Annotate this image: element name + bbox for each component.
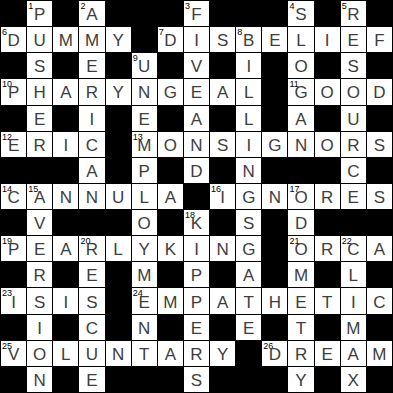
cell-r15c6 [132, 367, 157, 392]
cell-r13c3 [53, 315, 78, 340]
cell-r10c2[interactable]: E [27, 236, 52, 261]
cell-letter: A [288, 106, 313, 131]
cell-r8c15[interactable]: S [367, 184, 392, 209]
cell-r2c5[interactable]: Y [106, 27, 131, 52]
cell-r9c13 [315, 210, 340, 235]
cell-letter: T [236, 288, 261, 313]
cell-r3c6[interactable]: 9U [132, 53, 157, 78]
cell-r1c5 [106, 1, 131, 26]
cell-r13c13 [315, 315, 340, 340]
cell-letter: N [210, 236, 235, 261]
cell-r4c7[interactable]: G [158, 79, 183, 104]
cell-r12c7[interactable]: M [158, 288, 183, 313]
cell-r15c14[interactable]: X [341, 367, 366, 392]
cell-r12c8[interactable]: P [184, 288, 209, 313]
cell-r11c7 [158, 262, 183, 287]
cell-r7c6[interactable]: P [132, 158, 157, 183]
cell-r15c9 [210, 367, 235, 392]
cell-r4c3[interactable]: A [53, 79, 78, 104]
cell-letter: M [53, 27, 78, 52]
cell-r10c10[interactable]: G [236, 236, 261, 261]
cell-r9c1 [1, 210, 26, 235]
cell-letter: B [236, 27, 261, 52]
cell-letter: G [236, 184, 261, 209]
cell-r4c9[interactable]: A [210, 79, 235, 104]
cell-r12c2[interactable]: S [27, 288, 52, 313]
cell-r8c9[interactable]: 16I [210, 184, 235, 209]
cell-r3c9 [210, 53, 235, 78]
cell-letter: F [367, 27, 392, 52]
cell-letter: A [79, 1, 104, 26]
cell-r14c14[interactable]: A [341, 341, 366, 366]
cell-letter: I [341, 288, 366, 313]
cell-letter: E [184, 315, 209, 340]
cell-letter: U [79, 341, 104, 366]
cell-letter: E [27, 106, 52, 131]
cell-letter: O [158, 132, 183, 157]
cell-r7c14[interactable]: C [341, 158, 366, 183]
cell-letter: E [341, 184, 366, 209]
cell-letter: E [79, 53, 104, 78]
cell-r9c7 [158, 210, 183, 235]
cell-letter: I [184, 236, 209, 261]
cell-letter: K [184, 210, 209, 235]
cell-r2c8[interactable]: I [184, 27, 209, 52]
cell-letter: E [288, 288, 313, 313]
cell-r6c2[interactable]: R [27, 132, 52, 157]
cell-letter: U [27, 27, 52, 52]
cell-r8c14[interactable]: E [341, 184, 366, 209]
cell-letter: I [79, 106, 104, 131]
cell-r10c12[interactable]: 21O [288, 236, 313, 261]
cell-r14c2[interactable]: O [27, 341, 52, 366]
cell-letter: Y [106, 79, 131, 104]
cell-r8c6[interactable]: L [132, 184, 157, 209]
cell-r4c5[interactable]: Y [106, 79, 131, 104]
cell-letter: R [27, 132, 52, 157]
cell-r1c14[interactable]: 5R [341, 1, 366, 26]
cell-r8c2[interactable]: 15A [27, 184, 52, 209]
cell-letter: E [184, 79, 209, 104]
cell-r12c13[interactable]: T [315, 288, 340, 313]
cell-r15c10 [236, 367, 261, 392]
cell-letter: E [132, 106, 157, 131]
cell-r10c4[interactable]: 20R [79, 236, 104, 261]
cell-letter: Y [288, 367, 313, 392]
cell-r13c4[interactable]: C [79, 315, 104, 340]
cell-r7c10[interactable]: N [236, 158, 261, 183]
cell-letter: N [53, 184, 78, 209]
cell-r5c1 [1, 106, 26, 131]
crossword-board: 1P2A3F4S5R6DUMMY7DIS8BELIEFSE9UVIOS10PHA… [0, 0, 393, 393]
cell-r10c8[interactable]: I [184, 236, 209, 261]
cell-r12c3[interactable]: I [53, 288, 78, 313]
cell-letter: R [341, 1, 366, 26]
cell-r11c2[interactable]: R [27, 262, 52, 287]
cell-r1c2[interactable]: 1P [27, 1, 52, 26]
cell-r3c13 [315, 53, 340, 78]
cell-r1c13 [315, 1, 340, 26]
cell-r14c1[interactable]: 25V [1, 341, 26, 366]
cell-r10c5[interactable]: L [106, 236, 131, 261]
cell-r8c4[interactable]: N [79, 184, 104, 209]
cell-r13c10[interactable]: E [236, 315, 261, 340]
cell-r11c14[interactable]: L [341, 262, 366, 287]
cell-r6c10[interactable]: I [236, 132, 261, 157]
cell-letter: C [1, 184, 26, 209]
cell-r13c14[interactable]: M [341, 315, 366, 340]
cell-r13c7 [158, 315, 183, 340]
cell-r3c4[interactable]: E [79, 53, 104, 78]
cell-letter: O [288, 236, 313, 261]
cell-letter: S [27, 53, 52, 78]
cell-r13c6[interactable]: N [132, 315, 157, 340]
cell-r10c1[interactable]: 19P [1, 236, 26, 261]
cell-letter: E [79, 367, 104, 392]
cell-letter: H [27, 79, 52, 104]
cell-r14c4[interactable]: U [79, 341, 104, 366]
cell-letter: E [262, 27, 287, 52]
cell-r15c12[interactable]: Y [288, 367, 313, 392]
cell-r12c15[interactable]: C [367, 288, 392, 313]
cell-r6c9[interactable]: S [210, 132, 235, 157]
cell-r3c8[interactable]: V [184, 53, 209, 78]
cell-r4c10[interactable]: L [236, 79, 261, 104]
cell-r15c4[interactable]: E [79, 367, 104, 392]
cell-r5c11 [262, 106, 287, 131]
cell-letter: R [288, 341, 313, 366]
cell-r5c3 [53, 106, 78, 131]
cell-letter: C [79, 132, 104, 157]
cell-r15c2[interactable]: N [27, 367, 52, 392]
cell-r1c8[interactable]: 3F [184, 1, 209, 26]
cell-r2c1[interactable]: 6D [1, 27, 26, 52]
cell-r10c6[interactable]: Y [132, 236, 157, 261]
cell-r8c13[interactable]: R [315, 184, 340, 209]
cell-letter: M [79, 27, 104, 52]
cell-letter: D [288, 210, 313, 235]
cell-r5c14[interactable]: U [341, 106, 366, 131]
cell-letter: S [236, 210, 261, 235]
cell-letter: I [53, 288, 78, 313]
cell-letter: D [184, 158, 209, 183]
cell-r14c6[interactable]: T [132, 341, 157, 366]
cell-r12c14[interactable]: I [341, 288, 366, 313]
cell-r14c9[interactable]: Y [210, 341, 235, 366]
cell-r9c2[interactable]: V [27, 210, 52, 235]
cell-letter: A [341, 341, 366, 366]
cell-letter: A [184, 106, 209, 131]
cell-r3c10[interactable]: I [236, 53, 261, 78]
cell-r2c4[interactable]: M [79, 27, 104, 52]
cell-letter: M [158, 288, 183, 313]
cell-r8c12[interactable]: 17O [288, 184, 313, 209]
cell-letter: L [106, 236, 131, 261]
cell-letter: L [53, 341, 78, 366]
cell-r8c11[interactable]: N [262, 184, 287, 209]
cell-r7c15 [367, 158, 392, 183]
cell-r2c12[interactable]: L [288, 27, 313, 52]
cell-r2c14[interactable]: E [341, 27, 366, 52]
cell-letter: L [132, 184, 157, 209]
cell-r5c2[interactable]: E [27, 106, 52, 131]
cell-letter: N [27, 367, 52, 392]
cell-r1c10 [236, 1, 261, 26]
cell-r8c10[interactable]: G [236, 184, 261, 209]
cell-r12c12[interactable]: E [288, 288, 313, 313]
cell-letter: S [210, 132, 235, 157]
cell-r9c4 [79, 210, 104, 235]
cell-r2c3[interactable]: M [53, 27, 78, 52]
cell-r6c12[interactable]: N [288, 132, 313, 157]
cell-r5c5 [106, 106, 131, 131]
cell-r5c13 [315, 106, 340, 131]
cell-r2c6 [132, 27, 157, 52]
cell-r14c5[interactable]: N [106, 341, 131, 366]
cell-r2c2[interactable]: U [27, 27, 52, 52]
cell-r11c11 [262, 262, 287, 287]
cell-r10c15[interactable]: A [367, 236, 392, 261]
cell-r13c5 [106, 315, 131, 340]
cell-letter: D [1, 27, 26, 52]
cell-r6c8[interactable]: N [184, 132, 209, 157]
cell-r10c9[interactable]: N [210, 236, 235, 261]
cell-letter: L [236, 106, 261, 131]
cell-r7c9 [210, 158, 235, 183]
cell-letter: A [79, 158, 104, 183]
cell-r3c7 [158, 53, 183, 78]
cell-r11c12[interactable]: M [288, 262, 313, 287]
cell-r14c3[interactable]: L [53, 341, 78, 366]
cell-r1c7 [158, 1, 183, 26]
cell-r5c8[interactable]: A [184, 106, 209, 131]
cell-r2c9[interactable]: S [210, 27, 235, 52]
cell-r5c9 [210, 106, 235, 131]
cell-letter: A [210, 288, 235, 313]
cell-r5c10[interactable]: L [236, 106, 261, 131]
cell-r11c6[interactable]: M [132, 262, 157, 287]
cell-letter: H [262, 288, 287, 313]
cell-r11c5 [106, 262, 131, 287]
cell-r13c15 [367, 315, 392, 340]
cell-r6c7[interactable]: O [158, 132, 183, 157]
cell-r5c12[interactable]: A [288, 106, 313, 131]
cell-r7c5 [106, 158, 131, 183]
cell-letter: A [236, 262, 261, 287]
cell-letter: M [367, 341, 392, 366]
cell-r4c13[interactable]: O [315, 79, 340, 104]
cell-letter: D [367, 79, 392, 104]
cell-letter: M [341, 315, 366, 340]
cell-letter: G [158, 79, 183, 104]
cell-letter: P [27, 1, 52, 26]
cell-r8c1[interactable]: 14C [1, 184, 26, 209]
cell-r1c11 [262, 1, 287, 26]
cell-r7c4[interactable]: A [79, 158, 104, 183]
cell-r4c15[interactable]: D [367, 79, 392, 104]
cell-r11c9 [210, 262, 235, 287]
cell-r11c4[interactable]: E [79, 262, 104, 287]
cell-letter: D [158, 27, 183, 52]
cell-letter: L [288, 27, 313, 52]
cell-letter: S [184, 367, 209, 392]
cell-r4c1[interactable]: 10P [1, 79, 26, 104]
cell-r11c8[interactable]: P [184, 262, 209, 287]
cell-r8c3[interactable]: N [53, 184, 78, 209]
cell-r15c1 [1, 367, 26, 392]
cell-r4c8[interactable]: E [184, 79, 209, 104]
cell-r4c6[interactable]: N [132, 79, 157, 104]
cell-r3c12[interactable]: O [288, 53, 313, 78]
cell-r9c10[interactable]: S [236, 210, 261, 235]
cell-r10c14[interactable]: 22C [341, 236, 366, 261]
cell-r6c6[interactable]: 13M [132, 132, 157, 157]
cell-r15c5 [106, 367, 131, 392]
cell-letter: I [315, 27, 340, 52]
cell-r3c5 [106, 53, 131, 78]
cell-letter: D [262, 341, 287, 366]
cell-r5c6[interactable]: E [132, 106, 157, 131]
cell-r14c13[interactable]: E [315, 341, 340, 366]
cell-r1c4[interactable]: 2A [79, 1, 104, 26]
cell-r14c7[interactable]: A [158, 341, 183, 366]
cell-r7c3 [53, 158, 78, 183]
cell-r4c11 [262, 79, 287, 104]
cell-letter: I [184, 27, 209, 52]
cell-r6c1[interactable]: 12E [1, 132, 26, 157]
cell-letter: L [341, 262, 366, 287]
cell-r4c4[interactable]: R [79, 79, 104, 104]
cell-letter: S [27, 288, 52, 313]
cell-r13c2[interactable]: I [27, 315, 52, 340]
cell-r4c12[interactable]: 11G [288, 79, 313, 104]
cell-r8c8 [184, 184, 209, 209]
cell-letter: A [158, 184, 183, 209]
cell-letter: G [236, 236, 261, 261]
cell-r14c10 [236, 341, 261, 366]
cell-letter: L [236, 79, 261, 104]
cell-r4c2[interactable]: H [27, 79, 52, 104]
cell-r7c13 [315, 158, 340, 183]
cell-r2c10[interactable]: 8B [236, 27, 261, 52]
cell-letter: U [341, 106, 366, 131]
cell-letter: M [132, 262, 157, 287]
cell-r12c10[interactable]: T [236, 288, 261, 313]
cell-letter: P [1, 236, 26, 261]
cell-r2c15[interactable]: F [367, 27, 392, 52]
cell-letter: O [315, 79, 340, 104]
cell-r6c14[interactable]: R [341, 132, 366, 157]
cell-letter: N [184, 132, 209, 157]
cell-r13c12[interactable]: T [288, 315, 313, 340]
cell-r10c7[interactable]: K [158, 236, 183, 261]
cell-letter: O [288, 184, 313, 209]
cell-r9c12[interactable]: D [288, 210, 313, 235]
cell-r6c11[interactable]: G [262, 132, 287, 157]
cell-letter: N [262, 184, 287, 209]
cell-letter: P [184, 262, 209, 287]
cell-r3c14[interactable]: S [341, 53, 366, 78]
cell-r8c7[interactable]: A [158, 184, 183, 209]
cell-letter: A [27, 184, 52, 209]
cell-r9c11 [262, 210, 287, 235]
cell-r6c15[interactable]: S [367, 132, 392, 157]
cell-r14c11[interactable]: 26D [262, 341, 287, 366]
cell-letter: S [210, 27, 235, 52]
cell-r15c8[interactable]: S [184, 367, 209, 392]
cell-r11c10[interactable]: A [236, 262, 261, 287]
cell-r15c7 [158, 367, 183, 392]
cell-r2c13[interactable]: I [315, 27, 340, 52]
cell-r13c8[interactable]: E [184, 315, 209, 340]
cell-r5c7 [158, 106, 183, 131]
cell-r10c13[interactable]: R [315, 236, 340, 261]
cell-letter: O [132, 210, 157, 235]
cell-r14c8[interactable]: R [184, 341, 209, 366]
cell-r3c2[interactable]: S [27, 53, 52, 78]
cell-r1c1 [1, 1, 26, 26]
cell-r15c13 [315, 367, 340, 392]
cell-r5c15 [367, 106, 392, 131]
cell-letter: V [184, 53, 209, 78]
cell-letter: T [132, 341, 157, 366]
cell-letter: R [341, 132, 366, 157]
cell-r14c15[interactable]: M [367, 341, 392, 366]
cell-r9c5 [106, 210, 131, 235]
cell-letter: C [367, 288, 392, 313]
cell-r12c1[interactable]: 23I [1, 288, 26, 313]
cell-r6c4[interactable]: C [79, 132, 104, 157]
cell-letter: E [79, 262, 104, 287]
cell-r8c5[interactable]: U [106, 184, 131, 209]
cell-r14c12[interactable]: R [288, 341, 313, 366]
cell-letter: M [288, 262, 313, 287]
cell-r13c11 [262, 315, 287, 340]
cell-r6c3[interactable]: I [53, 132, 78, 157]
cell-r2c11[interactable]: E [262, 27, 287, 52]
cell-letter: S [367, 184, 392, 209]
cell-r12c9[interactable]: A [210, 288, 235, 313]
cell-r1c12[interactable]: 4S [288, 1, 313, 26]
cell-r7c8[interactable]: D [184, 158, 209, 183]
cell-r12c4[interactable]: S [79, 288, 104, 313]
cell-r3c1 [1, 53, 26, 78]
cell-r9c8[interactable]: 18K [184, 210, 209, 235]
cell-r12c6[interactable]: 24E [132, 288, 157, 313]
cell-letter: A [53, 236, 78, 261]
cell-letter: O [315, 132, 340, 157]
cell-letter: V [27, 210, 52, 235]
cell-r1c3 [53, 1, 78, 26]
cell-r2c7[interactable]: 7D [158, 27, 183, 52]
cell-r4c14[interactable]: O [341, 79, 366, 104]
cell-letter: R [315, 236, 340, 261]
cell-letter: S [367, 132, 392, 157]
cell-letter: E [27, 236, 52, 261]
cell-letter: R [184, 341, 209, 366]
cell-letter: V [1, 341, 26, 366]
cell-r11c13 [315, 262, 340, 287]
cell-letter: T [288, 315, 313, 340]
cell-r5c4[interactable]: I [79, 106, 104, 131]
cell-r12c11[interactable]: H [262, 288, 287, 313]
cell-r6c13[interactable]: O [315, 132, 340, 157]
cell-r1c9 [210, 1, 235, 26]
cell-r9c6[interactable]: O [132, 210, 157, 235]
cell-r9c9 [210, 210, 235, 235]
cell-r10c3[interactable]: A [53, 236, 78, 261]
cell-letter: A [367, 236, 392, 261]
